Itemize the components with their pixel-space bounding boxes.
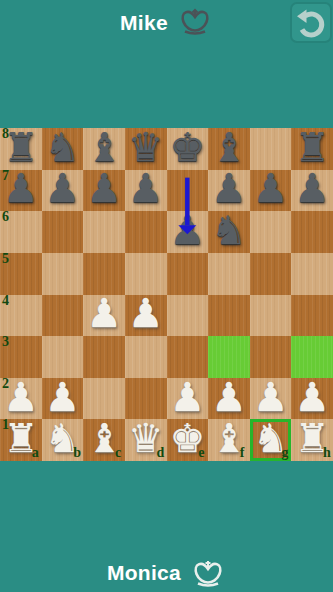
top-player-bar: Mike [0, 0, 333, 46]
piece-white-e1: ♚ [169, 418, 205, 459]
square-g4[interactable] [250, 295, 292, 337]
square-g1[interactable]: ♞ [250, 419, 292, 461]
square-d4[interactable]: ♟ [125, 295, 167, 337]
piece-white-b2: ♟ [45, 377, 81, 418]
square-g2[interactable]: ♟ [250, 378, 292, 420]
square-b5[interactable] [42, 253, 84, 295]
piece-black-b7: ♟ [45, 168, 81, 209]
square-a1[interactable]: ♜ [0, 419, 42, 461]
square-c2[interactable] [83, 378, 125, 420]
square-d2[interactable] [125, 378, 167, 420]
square-b2[interactable]: ♟ [42, 378, 84, 420]
piece-black-f6: ♞ [211, 210, 247, 251]
piece-white-c4: ♟ [86, 293, 122, 334]
piece-black-g7: ♟ [253, 168, 289, 209]
square-g8[interactable] [250, 128, 292, 170]
square-a2[interactable]: ♟ [0, 378, 42, 420]
square-c4[interactable]: ♟ [83, 295, 125, 337]
piece-black-b8: ♞ [45, 127, 81, 168]
piece-black-h8: ♜ [294, 127, 330, 168]
square-e3[interactable] [167, 336, 209, 378]
bottom-player-name: Monica [107, 561, 181, 585]
square-f2[interactable]: ♟ [208, 378, 250, 420]
black-crown-icon [177, 8, 213, 38]
square-c7[interactable]: ♟ [83, 170, 125, 212]
piece-black-e6: ♟ [169, 210, 205, 251]
bottom-player-bar: Monica [0, 550, 333, 592]
square-g7[interactable]: ♟ [250, 170, 292, 212]
square-b1[interactable]: ♞ [42, 419, 84, 461]
square-f7[interactable]: ♟ [208, 170, 250, 212]
square-f4[interactable] [208, 295, 250, 337]
square-f3[interactable] [208, 336, 250, 378]
piece-white-f1: ♝ [211, 418, 247, 459]
square-h2[interactable]: ♟ [291, 378, 333, 420]
piece-white-c1: ♝ [86, 418, 122, 459]
square-g3[interactable] [250, 336, 292, 378]
square-f8[interactable]: ♝ [208, 128, 250, 170]
undo-arrow-icon [295, 7, 327, 39]
square-h3[interactable] [291, 336, 333, 378]
square-d3[interactable] [125, 336, 167, 378]
piece-black-f7: ♟ [211, 168, 247, 209]
square-d1[interactable]: ♛ [125, 419, 167, 461]
square-a8[interactable]: ♜ [0, 128, 42, 170]
piece-black-h7: ♟ [294, 168, 330, 209]
square-e4[interactable] [167, 295, 209, 337]
square-d8[interactable]: ♛ [125, 128, 167, 170]
square-e8[interactable]: ♚ [167, 128, 209, 170]
app-screen: Mike ♜♞♝♛♚♝♜♟♟♟♟♟♟♟♟♞♟♟♟♟♟♟♟♟♜♞♝♛♚♝♞♜876… [0, 0, 333, 592]
piece-white-e2: ♟ [169, 377, 205, 418]
square-f1[interactable]: ♝ [208, 419, 250, 461]
piece-black-c7: ♟ [86, 168, 122, 209]
square-g5[interactable] [250, 253, 292, 295]
square-e5[interactable] [167, 253, 209, 295]
square-c5[interactable] [83, 253, 125, 295]
square-e7[interactable] [167, 170, 209, 212]
piece-white-f2: ♟ [211, 377, 247, 418]
square-b7[interactable]: ♟ [42, 170, 84, 212]
square-a5[interactable] [0, 253, 42, 295]
square-b4[interactable] [42, 295, 84, 337]
piece-black-a8: ♜ [3, 127, 39, 168]
square-d5[interactable] [125, 253, 167, 295]
square-a4[interactable] [0, 295, 42, 337]
piece-black-e8: ♚ [169, 127, 205, 168]
square-b8[interactable]: ♞ [42, 128, 84, 170]
piece-white-a1: ♜ [3, 418, 39, 459]
piece-white-h2: ♟ [294, 377, 330, 418]
top-player-name: Mike [120, 11, 168, 35]
piece-white-g1: ♞ [253, 418, 289, 459]
square-d7[interactable]: ♟ [125, 170, 167, 212]
piece-white-d1: ♛ [128, 418, 164, 459]
piece-white-a2: ♟ [3, 377, 39, 418]
piece-black-d7: ♟ [128, 168, 164, 209]
square-d6[interactable] [125, 211, 167, 253]
piece-black-f8: ♝ [211, 127, 247, 168]
square-h1[interactable]: ♜ [291, 419, 333, 461]
piece-white-g2: ♟ [253, 377, 289, 418]
square-b3[interactable] [42, 336, 84, 378]
square-a6[interactable] [0, 211, 42, 253]
square-f5[interactable] [208, 253, 250, 295]
square-h5[interactable] [291, 253, 333, 295]
square-c8[interactable]: ♝ [83, 128, 125, 170]
square-h8[interactable]: ♜ [291, 128, 333, 170]
undo-button[interactable] [290, 2, 332, 43]
square-c3[interactable] [83, 336, 125, 378]
piece-black-c8: ♝ [86, 127, 122, 168]
piece-white-h1: ♜ [294, 418, 330, 459]
piece-black-a7: ♟ [3, 168, 39, 209]
square-e6[interactable]: ♟ [167, 211, 209, 253]
square-b6[interactable] [42, 211, 84, 253]
square-a7[interactable]: ♟ [0, 170, 42, 212]
square-e2[interactable]: ♟ [167, 378, 209, 420]
square-e1[interactable]: ♚ [167, 419, 209, 461]
chess-board: ♜♞♝♛♚♝♜♟♟♟♟♟♟♟♟♞♟♟♟♟♟♟♟♟♜♞♝♛♚♝♞♜87654321… [0, 128, 333, 461]
square-h4[interactable] [291, 295, 333, 337]
square-c1[interactable]: ♝ [83, 419, 125, 461]
square-h6[interactable] [291, 211, 333, 253]
white-crown-icon [190, 558, 226, 588]
square-a3[interactable] [0, 336, 42, 378]
piece-white-b1: ♞ [45, 418, 81, 459]
square-f6[interactable]: ♞ [208, 211, 250, 253]
piece-white-d4: ♟ [128, 293, 164, 334]
square-c6[interactable] [83, 211, 125, 253]
piece-black-d8: ♛ [128, 127, 164, 168]
square-g6[interactable] [250, 211, 292, 253]
square-h7[interactable]: ♟ [291, 170, 333, 212]
